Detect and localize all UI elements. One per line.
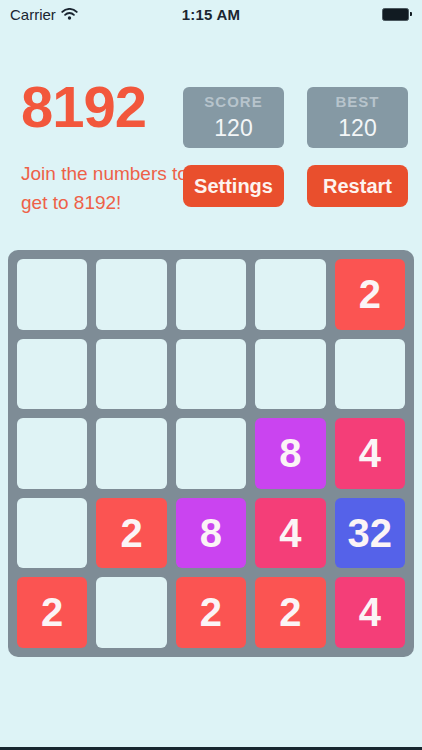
board[interactable]: 284284322224 [8, 250, 414, 657]
settings-button[interactable]: Settings [183, 165, 284, 207]
best-value: 120 [338, 115, 376, 142]
empty-cell [176, 339, 246, 410]
empty-cell [17, 418, 87, 489]
status-bar: Carrier 1:15 AM [0, 0, 422, 26]
tile-4: 4 [335, 418, 405, 489]
empty-cell [96, 418, 166, 489]
empty-cell [255, 339, 325, 410]
game-title: 8192 [21, 78, 146, 136]
battery-icon [382, 8, 412, 21]
tile-2: 2 [176, 577, 246, 648]
empty-cell [176, 418, 246, 489]
tile-4: 4 [335, 577, 405, 648]
carrier-label: Carrier [10, 6, 56, 23]
tile-2: 2 [255, 577, 325, 648]
wifi-icon [61, 6, 78, 23]
tile-2: 2 [96, 498, 166, 569]
empty-cell [255, 259, 325, 330]
empty-cell [176, 259, 246, 330]
empty-cell [17, 498, 87, 569]
empty-cell [17, 259, 87, 330]
empty-cell [96, 259, 166, 330]
tile-4: 4 [255, 498, 325, 569]
tile-8: 8 [255, 418, 325, 489]
score-label: SCORE [204, 93, 262, 110]
tile-2: 2 [17, 577, 87, 648]
best-label: BEST [335, 93, 379, 110]
tile-2: 2 [335, 259, 405, 330]
tile-32: 32 [335, 498, 405, 569]
empty-cell [17, 339, 87, 410]
best-panel: BEST 120 [307, 87, 408, 148]
app-screen: Carrier 1:15 AM 8192 Join the numbers to… [0, 0, 422, 750]
score-value: 120 [214, 115, 252, 142]
empty-cell [96, 577, 166, 648]
score-panel: SCORE 120 [183, 87, 284, 148]
empty-cell [335, 339, 405, 410]
empty-cell [96, 339, 166, 410]
clock: 1:15 AM [144, 6, 278, 23]
tile-8: 8 [176, 498, 246, 569]
restart-button[interactable]: Restart [307, 165, 408, 207]
game-subtitle: Join the numbers to get to 8192! [21, 160, 206, 217]
